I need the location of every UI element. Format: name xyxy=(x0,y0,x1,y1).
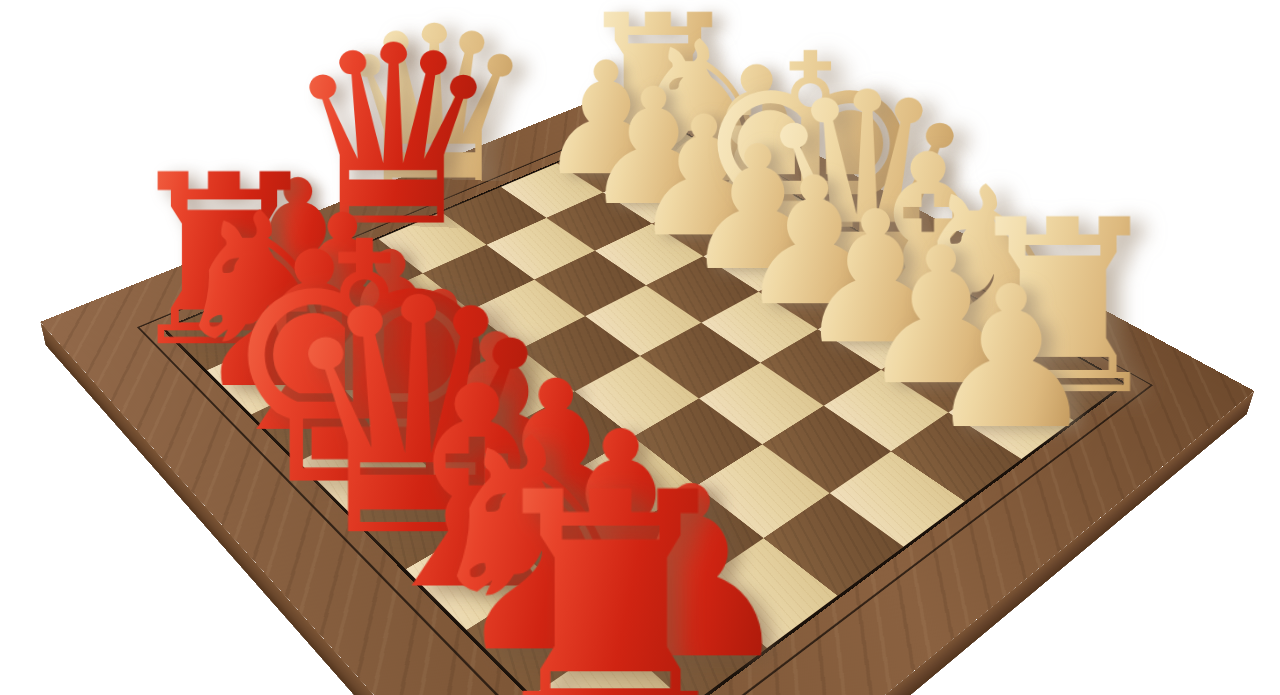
product-photo-scene: ♜♟♟♜♞♟♟♞♝♟♟♝♚♟♟♚♛♟♟♛♝♟♟♝♞♟♟♞♜♟♟♜ ♛♛ xyxy=(0,0,1280,695)
square-a7: ♟ xyxy=(948,377,1074,460)
square-a1: ♜ xyxy=(532,639,689,695)
boxwood-pawn-a7: ♟ xyxy=(923,260,1099,456)
board-frame: ♜♟♟♜♞♟♟♞♝♟♟♝♚♟♟♚♛♟♟♛♝♟♟♝♞♟♟♞♜♟♟♜ ♛♛ xyxy=(40,72,1254,695)
red-rook-a1: ♜ xyxy=(471,451,751,695)
